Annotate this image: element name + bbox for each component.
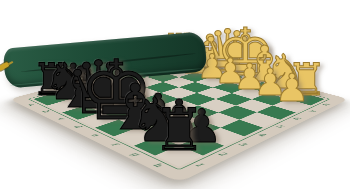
coord-label-g: g xyxy=(129,151,142,157)
coord-label-6: 6 xyxy=(291,116,301,120)
coord-label-d: d xyxy=(72,124,84,128)
coord-label-a: a xyxy=(27,103,38,107)
coord-label-c: c xyxy=(56,116,67,120)
board-3d-wrap: aa88bb77cc66dd55ee44ff33gg22hh11 xyxy=(0,0,350,189)
coord-label-7: 7 xyxy=(306,109,316,113)
chess-set-photo: aa88bb77cc66dd55ee44ff33gg22hh11 ♜♞♝♛♚♝♞… xyxy=(0,0,350,189)
coord-label-b: b xyxy=(41,109,52,113)
coord-label-5: 5 xyxy=(274,124,285,128)
coord-label-f: f xyxy=(110,142,121,146)
coord-label-c: c xyxy=(218,67,226,69)
coord-label-h: h xyxy=(152,162,166,168)
coord-label-e: e xyxy=(253,77,261,80)
coord-label-d: d xyxy=(235,72,243,75)
coord-label-4: 4 xyxy=(256,132,267,137)
coord-label-8: 8 xyxy=(321,103,330,107)
coord-label-e: e xyxy=(90,132,102,137)
